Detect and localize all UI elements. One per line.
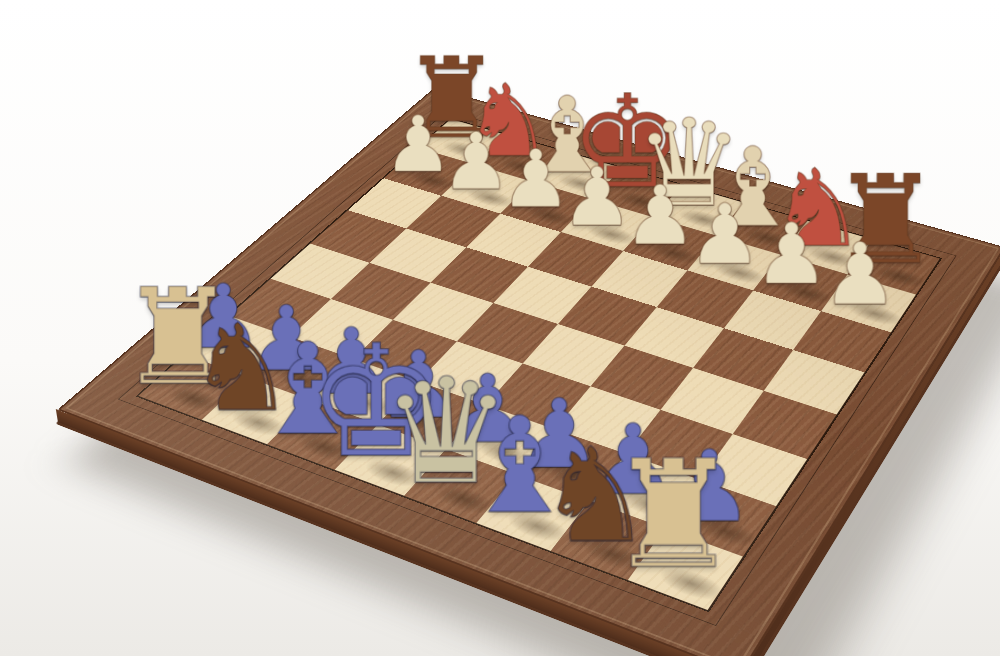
- product-photo-stage: ♜♞♝♚♛♝♞♜♟♟♟♟♟♟♟♟♟♟♟♟♟♟♟♟♜♞♝♚♛♝♞♜: [0, 0, 1000, 656]
- crusaders-pawn: ♟: [623, 177, 696, 255]
- square-a8: ♜: [628, 528, 743, 610]
- crusaders-pawn: ♟: [754, 215, 830, 295]
- crusaders-pawn: ♟: [561, 159, 633, 236]
- crusaders-pawn: ♟: [687, 196, 761, 275]
- crusaders-pawn: ♟: [822, 234, 899, 315]
- perspective-scene: ♜♞♝♚♛♝♞♜♟♟♟♟♟♟♟♟♟♟♟♟♟♟♟♟♜♞♝♚♛♝♞♜: [0, 0, 1000, 656]
- chess-board: ♜♞♝♚♛♝♞♜♟♟♟♟♟♟♟♟♟♟♟♟♟♟♟♟♜♞♝♚♛♝♞♜: [57, 88, 1000, 656]
- saracens-rook: ♜: [607, 445, 740, 586]
